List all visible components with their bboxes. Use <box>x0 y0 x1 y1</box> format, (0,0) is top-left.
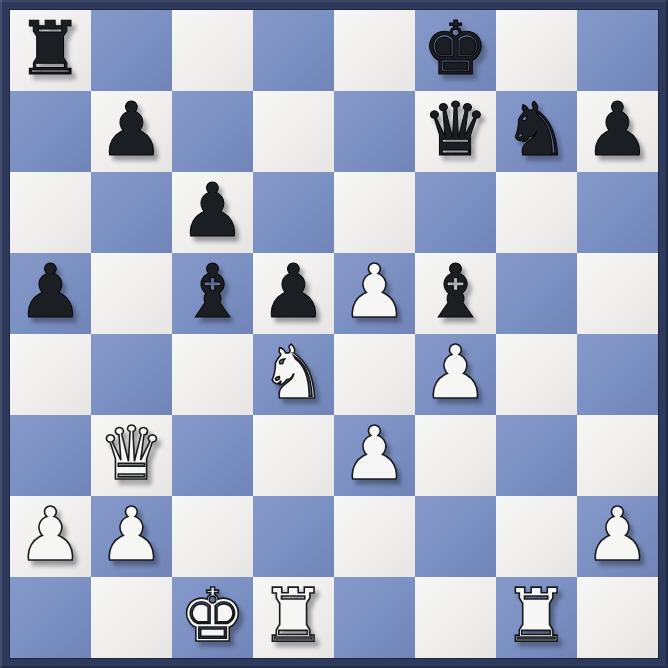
square-a6[interactable] <box>10 172 91 253</box>
square-b1[interactable] <box>91 577 172 658</box>
black-pawn[interactable]: ♟ <box>584 92 650 166</box>
black-bishop[interactable]: ♝ <box>422 254 488 328</box>
square-b2[interactable]: ♟ <box>91 496 172 577</box>
square-h1[interactable] <box>577 577 658 658</box>
square-a4[interactable] <box>10 334 91 415</box>
square-g6[interactable] <box>496 172 577 253</box>
square-b6[interactable] <box>91 172 172 253</box>
square-g8[interactable] <box>496 10 577 91</box>
black-queen[interactable]: ♛ <box>422 92 488 166</box>
square-d2[interactable] <box>253 496 334 577</box>
square-g1[interactable]: ♜ <box>496 577 577 658</box>
board-frame: ♜♚♟♛♞♟♟♟♝♟♟♝♞♟♛♟♟♟♟♚♜♜ <box>0 0 668 668</box>
square-e7[interactable] <box>334 91 415 172</box>
white-pawn[interactable]: ♟ <box>584 497 650 571</box>
white-pawn[interactable]: ♟ <box>17 497 83 571</box>
square-e1[interactable] <box>334 577 415 658</box>
square-e3[interactable]: ♟ <box>334 415 415 496</box>
square-a2[interactable]: ♟ <box>10 496 91 577</box>
black-pawn[interactable]: ♟ <box>260 254 326 328</box>
square-e5[interactable]: ♟ <box>334 253 415 334</box>
square-d1[interactable]: ♜ <box>253 577 334 658</box>
square-g5[interactable] <box>496 253 577 334</box>
white-knight[interactable]: ♞ <box>260 335 326 409</box>
chess-board: ♜♚♟♛♞♟♟♟♝♟♟♝♞♟♛♟♟♟♟♚♜♜ <box>10 10 658 658</box>
black-pawn[interactable]: ♟ <box>17 254 83 328</box>
black-rook[interactable]: ♜ <box>17 11 83 85</box>
square-c7[interactable] <box>172 91 253 172</box>
square-f4[interactable]: ♟ <box>415 334 496 415</box>
square-e8[interactable] <box>334 10 415 91</box>
square-c3[interactable] <box>172 415 253 496</box>
square-e2[interactable] <box>334 496 415 577</box>
square-h2[interactable]: ♟ <box>577 496 658 577</box>
square-b4[interactable] <box>91 334 172 415</box>
square-f3[interactable] <box>415 415 496 496</box>
square-f2[interactable] <box>415 496 496 577</box>
square-f7[interactable]: ♛ <box>415 91 496 172</box>
square-c2[interactable] <box>172 496 253 577</box>
square-f6[interactable] <box>415 172 496 253</box>
square-c6[interactable]: ♟ <box>172 172 253 253</box>
square-g7[interactable]: ♞ <box>496 91 577 172</box>
square-h5[interactable] <box>577 253 658 334</box>
square-c1[interactable]: ♚ <box>172 577 253 658</box>
square-d3[interactable] <box>253 415 334 496</box>
square-b8[interactable] <box>91 10 172 91</box>
square-h6[interactable] <box>577 172 658 253</box>
square-d5[interactable]: ♟ <box>253 253 334 334</box>
white-pawn[interactable]: ♟ <box>422 335 488 409</box>
square-b3[interactable]: ♛ <box>91 415 172 496</box>
square-h8[interactable] <box>577 10 658 91</box>
square-g3[interactable] <box>496 415 577 496</box>
square-g2[interactable] <box>496 496 577 577</box>
square-c8[interactable] <box>172 10 253 91</box>
square-e4[interactable] <box>334 334 415 415</box>
white-rook[interactable]: ♜ <box>503 578 569 652</box>
square-d8[interactable] <box>253 10 334 91</box>
square-a3[interactable] <box>10 415 91 496</box>
black-knight[interactable]: ♞ <box>503 92 569 166</box>
black-pawn[interactable]: ♟ <box>179 173 245 247</box>
square-d7[interactable] <box>253 91 334 172</box>
white-pawn[interactable]: ♟ <box>341 416 407 490</box>
white-queen[interactable]: ♛ <box>98 416 164 490</box>
square-c5[interactable]: ♝ <box>172 253 253 334</box>
square-h4[interactable] <box>577 334 658 415</box>
square-g4[interactable] <box>496 334 577 415</box>
square-e6[interactable] <box>334 172 415 253</box>
square-a8[interactable]: ♜ <box>10 10 91 91</box>
square-f8[interactable]: ♚ <box>415 10 496 91</box>
square-c4[interactable] <box>172 334 253 415</box>
square-b7[interactable]: ♟ <box>91 91 172 172</box>
square-f1[interactable] <box>415 577 496 658</box>
square-a7[interactable] <box>10 91 91 172</box>
black-bishop[interactable]: ♝ <box>179 254 245 328</box>
square-d6[interactable] <box>253 172 334 253</box>
square-h3[interactable] <box>577 415 658 496</box>
white-pawn[interactable]: ♟ <box>98 497 164 571</box>
square-b5[interactable] <box>91 253 172 334</box>
white-pawn[interactable]: ♟ <box>341 254 407 328</box>
square-a1[interactable] <box>10 577 91 658</box>
black-king[interactable]: ♚ <box>422 11 488 85</box>
white-king[interactable]: ♚ <box>179 578 245 652</box>
square-f5[interactable]: ♝ <box>415 253 496 334</box>
square-a5[interactable]: ♟ <box>10 253 91 334</box>
square-h7[interactable]: ♟ <box>577 91 658 172</box>
square-d4[interactable]: ♞ <box>253 334 334 415</box>
white-rook[interactable]: ♜ <box>260 578 326 652</box>
black-pawn[interactable]: ♟ <box>98 92 164 166</box>
